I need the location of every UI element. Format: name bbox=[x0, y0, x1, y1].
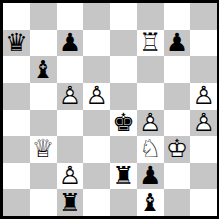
square-b7[interactable] bbox=[30, 30, 57, 57]
square-g1[interactable] bbox=[164, 189, 191, 216]
square-e7[interactable] bbox=[110, 30, 137, 57]
square-g4[interactable] bbox=[164, 110, 191, 137]
square-g8[interactable] bbox=[164, 3, 191, 30]
black-pawn-piece: ♟ bbox=[57, 30, 84, 57]
square-g2[interactable] bbox=[164, 163, 191, 190]
square-d2[interactable] bbox=[83, 163, 110, 190]
white-pawn-piece: ♟♙ bbox=[190, 110, 217, 137]
square-a3[interactable] bbox=[3, 136, 30, 163]
square-h8[interactable] bbox=[190, 3, 217, 30]
square-b2[interactable] bbox=[30, 163, 57, 190]
square-g3[interactable]: ♚♔ bbox=[164, 136, 191, 163]
square-e1[interactable] bbox=[110, 189, 137, 216]
square-c6[interactable] bbox=[57, 56, 84, 83]
square-h7[interactable] bbox=[190, 30, 217, 57]
square-d6[interactable] bbox=[83, 56, 110, 83]
square-d4[interactable] bbox=[83, 110, 110, 137]
square-h4[interactable]: ♟♙ bbox=[190, 110, 217, 137]
square-a1[interactable] bbox=[3, 189, 30, 216]
square-c7[interactable]: ♟ bbox=[57, 30, 84, 57]
square-e8[interactable] bbox=[110, 3, 137, 30]
white-knight-piece: ♞♘ bbox=[137, 136, 164, 163]
black-king-piece: ♚ bbox=[110, 110, 137, 137]
square-e5[interactable] bbox=[110, 83, 137, 110]
square-b4[interactable] bbox=[30, 110, 57, 137]
white-pawn-piece: ♟♙ bbox=[57, 83, 84, 110]
square-e3[interactable] bbox=[110, 136, 137, 163]
square-d3[interactable] bbox=[83, 136, 110, 163]
square-h6[interactable] bbox=[190, 56, 217, 83]
white-pawn-piece: ♟♙ bbox=[190, 83, 217, 110]
black-rook-piece: ♜ bbox=[57, 189, 84, 216]
square-h5[interactable]: ♟♙ bbox=[190, 83, 217, 110]
white-king-piece: ♚♔ bbox=[164, 136, 191, 163]
white-pawn-piece: ♟♙ bbox=[83, 83, 110, 110]
black-rook-piece: ♜ bbox=[110, 163, 137, 190]
square-c3[interactable] bbox=[57, 136, 84, 163]
square-g5[interactable] bbox=[164, 83, 191, 110]
black-pawn-piece: ♟ bbox=[164, 30, 191, 57]
square-b6[interactable]: ♝ bbox=[30, 56, 57, 83]
black-bishop-piece: ♝ bbox=[30, 56, 57, 83]
square-a7[interactable]: ♛ bbox=[3, 30, 30, 57]
square-e6[interactable] bbox=[110, 56, 137, 83]
square-c1[interactable]: ♜ bbox=[57, 189, 84, 216]
square-d5[interactable]: ♟♙ bbox=[83, 83, 110, 110]
square-d1[interactable] bbox=[83, 189, 110, 216]
square-b1[interactable] bbox=[30, 189, 57, 216]
white-pawn-piece: ♟♙ bbox=[57, 163, 84, 190]
black-bishop-piece: ♝ bbox=[137, 189, 164, 216]
square-f2[interactable]: ♟ bbox=[137, 163, 164, 190]
square-a2[interactable] bbox=[3, 163, 30, 190]
white-queen-piece: ♛♕ bbox=[30, 136, 57, 163]
square-b3[interactable]: ♛♕ bbox=[30, 136, 57, 163]
white-pawn-piece: ♟♙ bbox=[137, 110, 164, 137]
square-f6[interactable] bbox=[137, 56, 164, 83]
square-d8[interactable] bbox=[83, 3, 110, 30]
chessboard: ♛♟♜♖♟♝♟♙♟♙♟♙♚♟♙♟♙♛♕♞♘♚♔♟♙♜♟♜♝ bbox=[0, 0, 219, 219]
square-b5[interactable] bbox=[30, 83, 57, 110]
square-c2[interactable]: ♟♙ bbox=[57, 163, 84, 190]
square-h1[interactable] bbox=[190, 189, 217, 216]
square-f1[interactable]: ♝ bbox=[137, 189, 164, 216]
black-pawn-piece: ♟ bbox=[137, 163, 164, 190]
square-g6[interactable] bbox=[164, 56, 191, 83]
square-a4[interactable] bbox=[3, 110, 30, 137]
square-a6[interactable] bbox=[3, 56, 30, 83]
square-a5[interactable] bbox=[3, 83, 30, 110]
square-f7[interactable]: ♜♖ bbox=[137, 30, 164, 57]
square-g7[interactable]: ♟ bbox=[164, 30, 191, 57]
square-e2[interactable]: ♜ bbox=[110, 163, 137, 190]
square-h2[interactable] bbox=[190, 163, 217, 190]
square-f5[interactable] bbox=[137, 83, 164, 110]
square-f8[interactable] bbox=[137, 3, 164, 30]
square-f4[interactable]: ♟♙ bbox=[137, 110, 164, 137]
square-c8[interactable] bbox=[57, 3, 84, 30]
square-c5[interactable]: ♟♙ bbox=[57, 83, 84, 110]
square-h3[interactable] bbox=[190, 136, 217, 163]
square-d7[interactable] bbox=[83, 30, 110, 57]
black-queen-piece: ♛ bbox=[3, 30, 30, 57]
square-c4[interactable] bbox=[57, 110, 84, 137]
square-e4[interactable]: ♚ bbox=[110, 110, 137, 137]
square-f3[interactable]: ♞♘ bbox=[137, 136, 164, 163]
white-rook-piece: ♜♖ bbox=[137, 30, 164, 57]
square-b8[interactable] bbox=[30, 3, 57, 30]
square-a8[interactable] bbox=[3, 3, 30, 30]
